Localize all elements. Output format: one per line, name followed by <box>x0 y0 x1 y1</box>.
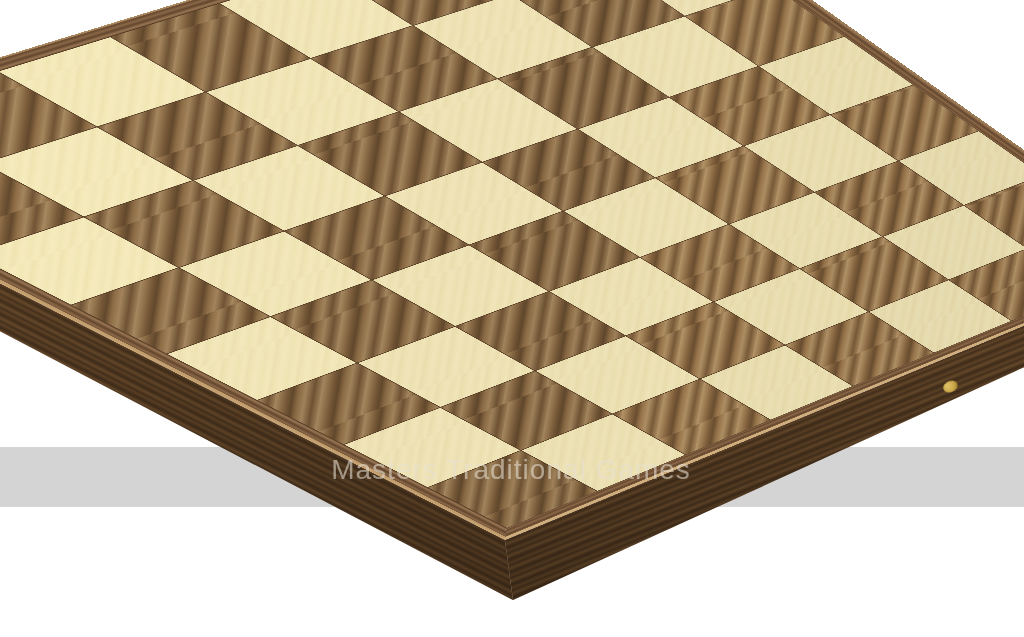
product-photo: Masters Traditional Games <box>0 0 1024 637</box>
watermark-text: Masters Traditional Games <box>331 454 691 486</box>
